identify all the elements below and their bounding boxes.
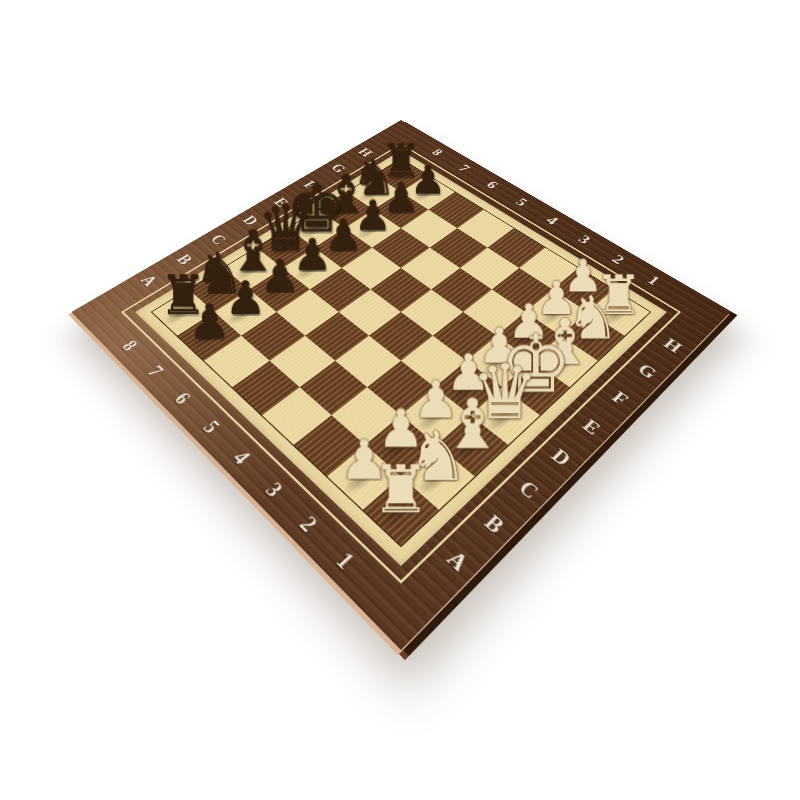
photo-canvas: AABBCCDDEEFFGGHH8877665544332211 ♜♞♝♛♚♝♞…	[0, 0, 800, 800]
chessboard: AABBCCDDEEFFGGHH8877665544332211 ♜♞♝♛♚♝♞…	[71, 120, 730, 650]
scene: AABBCCDDEEFFGGHH8877665544332211 ♜♞♝♛♚♝♞…	[0, 0, 800, 800]
white-rook-glyph: ♜	[371, 457, 430, 523]
